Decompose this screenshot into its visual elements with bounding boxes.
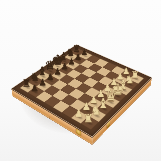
board-top-face: ♜♟♟♜♞♟♟♞♝♟♟♝♚♟♟♚♛♟♟♛♝♟♟♝♞♟♟♞♜♟♟♜: [11, 44, 152, 136]
fold-seam: [48, 111, 49, 118]
piece-white-rook[interactable]: ♜: [81, 112, 94, 124]
square-f4[interactable]: [89, 72, 104, 81]
product-photo: ♜♟♟♜♞♟♟♞♝♟♟♝♚♟♟♚♛♟♟♛♝♟♟♝♞♟♟♞♜♟♟♜: [0, 0, 161, 161]
piece-black-pawn[interactable]: ♟: [28, 83, 39, 92]
brass-hinge-icon: [106, 120, 109, 128]
chess-scene: ♜♟♟♜♞♟♟♞♝♟♟♝♚♟♟♚♛♟♟♛♝♟♟♝♞♟♟♞♜♟♟♜: [0, 0, 161, 161]
chess-board: ♜♟♟♜♞♟♟♞♝♟♟♝♚♟♟♚♛♟♟♛♝♟♟♝♞♟♟♞♜♟♟♜: [11, 44, 152, 136]
